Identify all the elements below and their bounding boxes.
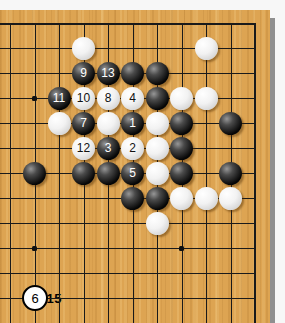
stone-white-P15	[146, 112, 169, 135]
stone-black-Q15	[170, 112, 193, 135]
stone-black-M17: 9	[72, 62, 95, 85]
stone-black-Q13	[170, 162, 193, 185]
stone-black-M13	[72, 162, 95, 185]
stone-white-R12	[195, 187, 218, 210]
stone-black-S13	[219, 162, 242, 185]
stone-black-M15: 7	[72, 112, 95, 135]
stone-white-Q12	[170, 187, 193, 210]
stone-black-O13: 5	[121, 162, 144, 185]
stone-white-N16: 8	[97, 87, 120, 110]
go-board[interactable]: O15 9131110847112325 6	[0, 10, 270, 323]
stone-black-O15: 1	[121, 112, 144, 135]
stone-white-Q16	[170, 87, 193, 110]
stone-black-Q14	[170, 137, 193, 160]
stone-black-K13	[23, 162, 46, 185]
stone-black-N17: 13	[97, 62, 120, 85]
board-drop-shadow	[270, 18, 275, 323]
stone-black-S15	[219, 112, 242, 135]
go-diagram: O15 9131110847112325 6	[0, 0, 285, 323]
stone-white-R16	[195, 87, 218, 110]
stone-white-N15	[97, 112, 120, 135]
stone-white-S12	[219, 187, 242, 210]
stone-black-P17	[146, 62, 169, 85]
stone-white-M14: 12	[72, 137, 95, 160]
stone-black-P12	[146, 187, 169, 210]
stones-layer: 9131110847112325	[0, 10, 270, 323]
stone-white-M18	[72, 37, 95, 60]
stone-white-L15	[48, 112, 71, 135]
stone-black-N14: 3	[97, 137, 120, 160]
stone-black-L16: 11	[48, 87, 71, 110]
stone-white-P13	[146, 162, 169, 185]
annotation-stone: 6	[22, 285, 48, 311]
stone-white-P14	[146, 137, 169, 160]
stone-white-M16: 10	[72, 87, 95, 110]
stone-white-O14: 2	[121, 137, 144, 160]
stone-black-O12	[121, 187, 144, 210]
stone-white-R18	[195, 37, 218, 60]
stone-black-N13	[97, 162, 120, 185]
stone-black-O17	[121, 62, 144, 85]
annotation-stone-number: 6	[31, 291, 38, 306]
stone-white-O16: 4	[121, 87, 144, 110]
stone-white-P11	[146, 212, 169, 235]
stone-black-P16	[146, 87, 169, 110]
